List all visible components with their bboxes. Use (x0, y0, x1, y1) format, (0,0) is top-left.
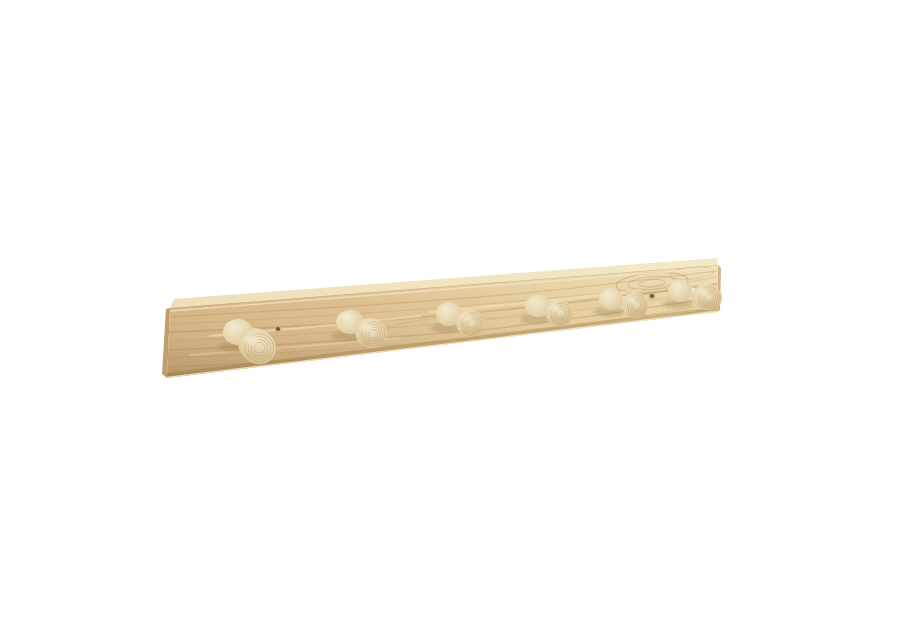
screw-hole-2 (650, 294, 654, 298)
peg-5-knob-shade (627, 308, 646, 316)
peg-6-knob-shade (698, 300, 720, 308)
peg-3-knob-highlight (461, 314, 471, 322)
product-photo-canvas (0, 0, 900, 630)
peg-2-knob-shade (361, 336, 384, 346)
peg-1-knob-highlight (244, 335, 258, 345)
peg-4-knob-highlight (550, 305, 560, 312)
peg-4-knob-shade (550, 316, 570, 324)
screw-hole-1 (276, 327, 280, 331)
peg-5-knob-highlight (627, 297, 636, 304)
coat-rack-image (0, 0, 900, 630)
peg-6-knob-highlight (697, 289, 708, 296)
peg-5-base (599, 288, 623, 310)
peg-6-base (668, 280, 692, 302)
peg-2-knob-highlight (361, 324, 373, 332)
coat-rack (162, 258, 724, 378)
peg-3-knob-shade (461, 326, 481, 335)
peg-1-knob-shade (245, 350, 274, 361)
